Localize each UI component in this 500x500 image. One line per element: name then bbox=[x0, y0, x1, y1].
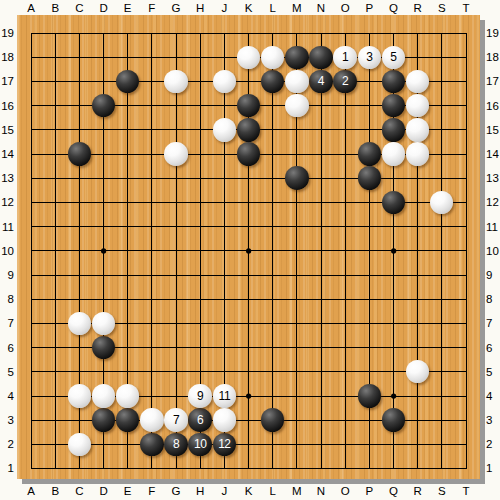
coord-label: K bbox=[236, 483, 260, 499]
coord-label: F bbox=[140, 483, 164, 499]
coord-label: O bbox=[333, 0, 357, 15]
coord-label: 3 bbox=[0, 408, 15, 432]
coord-label: 6 bbox=[0, 335, 15, 359]
stone-white-G3[interactable]: 7 bbox=[164, 408, 188, 432]
coord-label: D bbox=[91, 483, 115, 499]
stone-black-Q17[interactable] bbox=[382, 70, 406, 94]
stone-white-J4[interactable]: 11 bbox=[213, 384, 237, 408]
coord-label: 5 bbox=[485, 360, 500, 384]
coord-label: 14 bbox=[485, 142, 500, 166]
stone-black-D3[interactable] bbox=[92, 408, 116, 432]
coord-label: N bbox=[309, 0, 333, 15]
stone-black-K16[interactable] bbox=[237, 94, 261, 118]
top-coordinate-labels: ABCDEFGHJKLMNOPQRST bbox=[19, 0, 478, 15]
left-coordinate-labels: 19181716151413121110987654321 bbox=[0, 21, 15, 481]
coord-label: 5 bbox=[0, 360, 15, 384]
stone-black-O17[interactable]: 2 bbox=[333, 70, 357, 94]
stone-black-P4[interactable] bbox=[358, 384, 382, 408]
coord-label: A bbox=[19, 0, 43, 15]
stone-white-R17[interactable] bbox=[406, 70, 430, 94]
coord-label: 12 bbox=[0, 190, 15, 214]
coord-label: 4 bbox=[485, 384, 500, 408]
coord-label: 6 bbox=[485, 335, 500, 359]
coord-label: 17 bbox=[485, 69, 500, 93]
stone-black-F2[interactable] bbox=[140, 433, 164, 457]
coord-label: 15 bbox=[485, 118, 500, 142]
move-number-label: 2 bbox=[333, 70, 357, 94]
right-coordinate-labels: 19181716151413121110987654321 bbox=[485, 21, 500, 481]
stones-layer: 426810121359117 bbox=[19, 21, 478, 481]
coord-label: M bbox=[285, 483, 309, 499]
coord-label: 7 bbox=[0, 311, 15, 335]
stone-black-Q15[interactable] bbox=[382, 118, 406, 142]
coord-label: 19 bbox=[0, 21, 15, 45]
coord-label: D bbox=[91, 0, 115, 15]
coord-label: 4 bbox=[0, 384, 15, 408]
move-number-label: 6 bbox=[188, 408, 212, 432]
coord-label: 9 bbox=[0, 263, 15, 287]
stone-white-H4[interactable]: 9 bbox=[188, 384, 212, 408]
coord-label: 3 bbox=[485, 408, 500, 432]
stone-black-C14[interactable] bbox=[68, 142, 92, 166]
coord-label: S bbox=[430, 0, 454, 15]
coord-label: O bbox=[333, 483, 357, 499]
stone-white-R15[interactable] bbox=[406, 118, 430, 142]
coord-label: C bbox=[67, 483, 91, 499]
coord-label: B bbox=[43, 483, 67, 499]
stone-white-C2[interactable] bbox=[68, 433, 92, 457]
coord-label: 18 bbox=[0, 45, 15, 69]
stone-white-C7[interactable] bbox=[68, 312, 92, 336]
move-number-label: 10 bbox=[188, 433, 212, 457]
stone-white-J15[interactable] bbox=[213, 118, 237, 142]
coord-label: 1 bbox=[485, 456, 500, 480]
coord-label: F bbox=[140, 0, 164, 15]
coord-label: M bbox=[285, 0, 309, 15]
stone-white-R5[interactable] bbox=[406, 360, 430, 384]
stone-black-P14[interactable] bbox=[358, 142, 382, 166]
stone-black-N18[interactable] bbox=[309, 46, 333, 70]
stone-white-M17[interactable] bbox=[285, 70, 309, 94]
move-number-label: 3 bbox=[358, 46, 382, 70]
stone-black-E3[interactable] bbox=[116, 408, 140, 432]
stone-white-O18[interactable]: 1 bbox=[333, 46, 357, 70]
move-number-label: 7 bbox=[164, 408, 188, 432]
stone-white-G14[interactable] bbox=[164, 142, 188, 166]
stone-white-P18[interactable]: 3 bbox=[358, 46, 382, 70]
coord-label: R bbox=[406, 0, 430, 15]
coord-label: 7 bbox=[485, 311, 500, 335]
stone-white-E4[interactable] bbox=[116, 384, 140, 408]
stone-black-D16[interactable] bbox=[92, 94, 116, 118]
move-number-label: 4 bbox=[309, 70, 333, 94]
move-number-label: 1 bbox=[333, 46, 357, 70]
coord-label: Q bbox=[381, 0, 405, 15]
coord-label: 10 bbox=[485, 239, 500, 263]
coord-label: 16 bbox=[0, 94, 15, 118]
coord-label: 1 bbox=[0, 456, 15, 480]
coord-label: G bbox=[164, 483, 188, 499]
stone-black-E17[interactable] bbox=[116, 70, 140, 94]
coord-label: L bbox=[261, 483, 285, 499]
move-number-label: 5 bbox=[382, 46, 406, 70]
stone-black-L17[interactable] bbox=[261, 70, 285, 94]
stone-white-S12[interactable] bbox=[430, 191, 454, 215]
coord-label: Q bbox=[381, 483, 405, 499]
coord-label: G bbox=[164, 0, 188, 15]
stone-white-R14[interactable] bbox=[406, 142, 430, 166]
coord-label: 11 bbox=[0, 215, 15, 239]
coord-label: J bbox=[212, 0, 236, 15]
stone-black-D6[interactable] bbox=[92, 336, 116, 360]
stone-white-G17[interactable] bbox=[164, 70, 188, 94]
stone-black-N17[interactable]: 4 bbox=[309, 70, 333, 94]
move-number-label: 8 bbox=[164, 433, 188, 457]
coord-label: C bbox=[67, 0, 91, 15]
coord-label: P bbox=[357, 0, 381, 15]
coord-label: 15 bbox=[0, 118, 15, 142]
coord-label: 12 bbox=[485, 190, 500, 214]
coord-label: 10 bbox=[0, 239, 15, 263]
coord-label: A bbox=[19, 483, 43, 499]
coord-label: S bbox=[430, 483, 454, 499]
move-number-label: 9 bbox=[188, 384, 212, 408]
coord-label: 18 bbox=[485, 45, 500, 69]
stone-white-J3[interactable] bbox=[213, 408, 237, 432]
move-number-label: 12 bbox=[213, 433, 237, 457]
coord-label: 9 bbox=[485, 263, 500, 287]
stone-black-P13[interactable] bbox=[358, 166, 382, 190]
stone-white-D4[interactable] bbox=[92, 384, 116, 408]
stone-black-L3[interactable] bbox=[261, 408, 285, 432]
stone-black-Q12[interactable] bbox=[382, 191, 406, 215]
coord-label: H bbox=[188, 0, 212, 15]
stone-white-F3[interactable] bbox=[140, 408, 164, 432]
coord-label: E bbox=[116, 483, 140, 499]
stone-black-J2[interactable]: 12 bbox=[213, 433, 237, 457]
coord-label: R bbox=[406, 483, 430, 499]
move-number-label: 11 bbox=[213, 384, 237, 408]
stone-white-R16[interactable] bbox=[406, 94, 430, 118]
stone-white-Q14[interactable] bbox=[382, 142, 406, 166]
coord-label: J bbox=[212, 483, 236, 499]
coord-label: 14 bbox=[0, 142, 15, 166]
coord-label: L bbox=[261, 0, 285, 15]
stone-black-K14[interactable] bbox=[237, 142, 261, 166]
stone-black-Q3[interactable] bbox=[382, 408, 406, 432]
coord-label: 8 bbox=[0, 287, 15, 311]
stone-black-M18[interactable] bbox=[285, 46, 309, 70]
stone-white-Q18[interactable]: 5 bbox=[382, 46, 406, 70]
stone-white-D7[interactable] bbox=[92, 312, 116, 336]
stone-black-M13[interactable] bbox=[285, 166, 309, 190]
stone-white-J17[interactable] bbox=[213, 70, 237, 94]
coord-label: 2 bbox=[0, 432, 15, 456]
coord-label: K bbox=[236, 0, 260, 15]
stone-black-G2[interactable]: 8 bbox=[164, 433, 188, 457]
stone-black-H3[interactable]: 6 bbox=[188, 408, 212, 432]
stone-black-K15[interactable] bbox=[237, 118, 261, 142]
coord-label: H bbox=[188, 483, 212, 499]
stone-white-L18[interactable] bbox=[261, 46, 285, 70]
stone-black-H2[interactable]: 10 bbox=[188, 433, 212, 457]
coord-label: 2 bbox=[485, 432, 500, 456]
coord-label: B bbox=[43, 0, 67, 15]
coord-label: T bbox=[454, 483, 478, 499]
go-board[interactable]: 426810121359117 bbox=[17, 15, 480, 479]
coord-label: E bbox=[116, 0, 140, 15]
stone-white-K18[interactable] bbox=[237, 46, 261, 70]
stone-white-M16[interactable] bbox=[285, 94, 309, 118]
stone-white-C4[interactable] bbox=[68, 384, 92, 408]
coord-label: 13 bbox=[485, 166, 500, 190]
bottom-coordinate-labels: ABCDEFGHJKLMNOPQRST bbox=[19, 483, 478, 499]
stone-black-Q16[interactable] bbox=[382, 94, 406, 118]
coord-label: 11 bbox=[485, 215, 500, 239]
coord-label: P bbox=[357, 483, 381, 499]
coord-label: T bbox=[454, 0, 478, 15]
coord-label: 17 bbox=[0, 69, 15, 93]
coord-label: 16 bbox=[485, 94, 500, 118]
coord-label: N bbox=[309, 483, 333, 499]
coord-label: 13 bbox=[0, 166, 15, 190]
coord-label: 8 bbox=[485, 287, 500, 311]
coord-label: 19 bbox=[485, 21, 500, 45]
